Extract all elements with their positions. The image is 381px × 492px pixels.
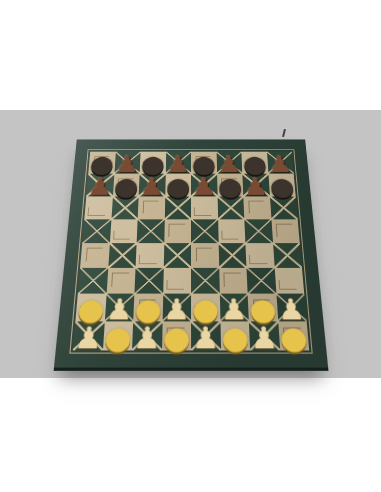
- square-b2[interactable]: ♟: [104, 293, 134, 321]
- square-d2[interactable]: ♟: [162, 293, 191, 321]
- square-h3[interactable]: [274, 267, 304, 293]
- square-d8[interactable]: ♟: [165, 151, 191, 173]
- square-e8[interactable]: ●: [191, 151, 217, 173]
- square-f1[interactable]: ●: [219, 321, 249, 350]
- light-pawn[interactable]: ♟: [249, 323, 278, 352]
- product-photo: ●♟●♟●♟●♟♟●♟●♟●♟●●♟●♟●♟●♟♟●♟●♟●♟●: [0, 0, 381, 492]
- square-a1[interactable]: ♟: [72, 321, 103, 350]
- square-f7[interactable]: ●: [216, 173, 243, 196]
- square-a8[interactable]: ●: [88, 151, 115, 173]
- light-disc[interactable]: ●: [102, 323, 131, 352]
- dark-disc[interactable]: ●: [140, 153, 165, 175]
- square-h1[interactable]: ●: [277, 321, 308, 350]
- square-g8[interactable]: ●: [241, 151, 268, 173]
- square-c2[interactable]: ●: [133, 293, 163, 321]
- square-f8[interactable]: ♟: [216, 151, 242, 173]
- dark-pawn[interactable]: ♟: [191, 175, 216, 198]
- dark-disc[interactable]: ●: [268, 175, 294, 198]
- square-f5[interactable]: [217, 219, 245, 243]
- square-a4[interactable]: [80, 243, 109, 268]
- square-d3[interactable]: [162, 267, 190, 293]
- light-disc[interactable]: ●: [75, 295, 104, 323]
- board-scene: ●♟●♟●♟●♟♟●♟●♟●♟●●♟●♟●♟●♟♟●♟●♟●♟●: [0, 110, 381, 378]
- square-c3[interactable]: [134, 267, 163, 293]
- square-g2[interactable]: ●: [247, 293, 277, 321]
- dark-pawn[interactable]: ♟: [139, 175, 164, 198]
- light-pawn[interactable]: ♟: [73, 323, 103, 352]
- square-c1[interactable]: ♟: [131, 321, 161, 350]
- light-disc[interactable]: ●: [191, 295, 219, 323]
- square-h2[interactable]: ♟: [275, 293, 306, 321]
- board-grid: ●♟●♟●♟●♟♟●♟●♟●♟●●♟●♟●♟●♟♟●♟●♟●♟●: [72, 151, 308, 350]
- light-disc[interactable]: ●: [278, 323, 308, 352]
- square-d1[interactable]: ●: [161, 321, 191, 350]
- square-b3[interactable]: [106, 267, 135, 293]
- light-disc[interactable]: ●: [133, 295, 161, 323]
- square-a3[interactable]: [77, 267, 107, 293]
- square-d7[interactable]: ●: [164, 173, 190, 196]
- dark-disc[interactable]: ●: [217, 175, 242, 198]
- square-b8[interactable]: ♟: [113, 151, 140, 173]
- square-h4[interactable]: [272, 243, 301, 268]
- dark-disc[interactable]: ●: [88, 153, 114, 175]
- square-f4[interactable]: [218, 243, 246, 268]
- square-e3[interactable]: [191, 267, 219, 293]
- square-f2[interactable]: ♟: [219, 293, 249, 321]
- dark-disc[interactable]: ●: [112, 175, 138, 198]
- square-b7[interactable]: ●: [112, 173, 139, 196]
- dark-disc[interactable]: ●: [191, 153, 215, 175]
- dark-pawn[interactable]: ♟: [243, 175, 269, 198]
- square-b4[interactable]: [107, 243, 136, 268]
- chessboard: ●♟●♟●♟●♟♟●♟●♟●♟●●♟●♟●♟●♟♟●♟●♟●♟●: [53, 139, 328, 370]
- light-pawn[interactable]: ♟: [132, 323, 161, 352]
- square-e2[interactable]: ●: [191, 293, 220, 321]
- light-disc[interactable]: ●: [220, 323, 249, 352]
- square-g3[interactable]: [246, 267, 275, 293]
- square-h8[interactable]: ♟: [266, 151, 293, 173]
- light-disc[interactable]: ●: [162, 323, 190, 352]
- square-g7[interactable]: ♟: [242, 173, 269, 196]
- square-g1[interactable]: ♟: [248, 321, 279, 350]
- square-a5[interactable]: [82, 219, 111, 243]
- square-c4[interactable]: [135, 243, 163, 268]
- square-h7[interactable]: ●: [268, 173, 296, 196]
- light-disc[interactable]: ●: [248, 295, 277, 323]
- square-b5[interactable]: [109, 219, 137, 243]
- square-e1[interactable]: ♟: [191, 321, 221, 350]
- dark-disc[interactable]: ●: [242, 153, 267, 175]
- square-f3[interactable]: [218, 267, 247, 293]
- square-h5[interactable]: [271, 219, 300, 243]
- square-b1[interactable]: ●: [102, 321, 133, 350]
- dark-pawn[interactable]: ♟: [86, 175, 112, 198]
- square-e7[interactable]: ♟: [191, 173, 217, 196]
- square-c5[interactable]: [136, 219, 164, 243]
- square-g4[interactable]: [245, 243, 274, 268]
- square-e5[interactable]: [191, 219, 218, 243]
- square-a7[interactable]: ♟: [86, 173, 114, 196]
- square-e4[interactable]: [191, 243, 219, 268]
- square-a2[interactable]: ●: [75, 293, 106, 321]
- light-pawn[interactable]: ♟: [191, 323, 219, 352]
- square-g5[interactable]: [244, 219, 272, 243]
- square-c8[interactable]: ●: [139, 151, 165, 173]
- square-d5[interactable]: [163, 219, 190, 243]
- square-d4[interactable]: [163, 243, 191, 268]
- square-c7[interactable]: ♟: [138, 173, 165, 196]
- board-inner-frame: ●♟●♟●♟●♟♟●♟●♟●♟●●♟●♟●♟●♟♟●♟●♟●♟●: [69, 149, 312, 353]
- dark-disc[interactable]: ●: [165, 175, 190, 198]
